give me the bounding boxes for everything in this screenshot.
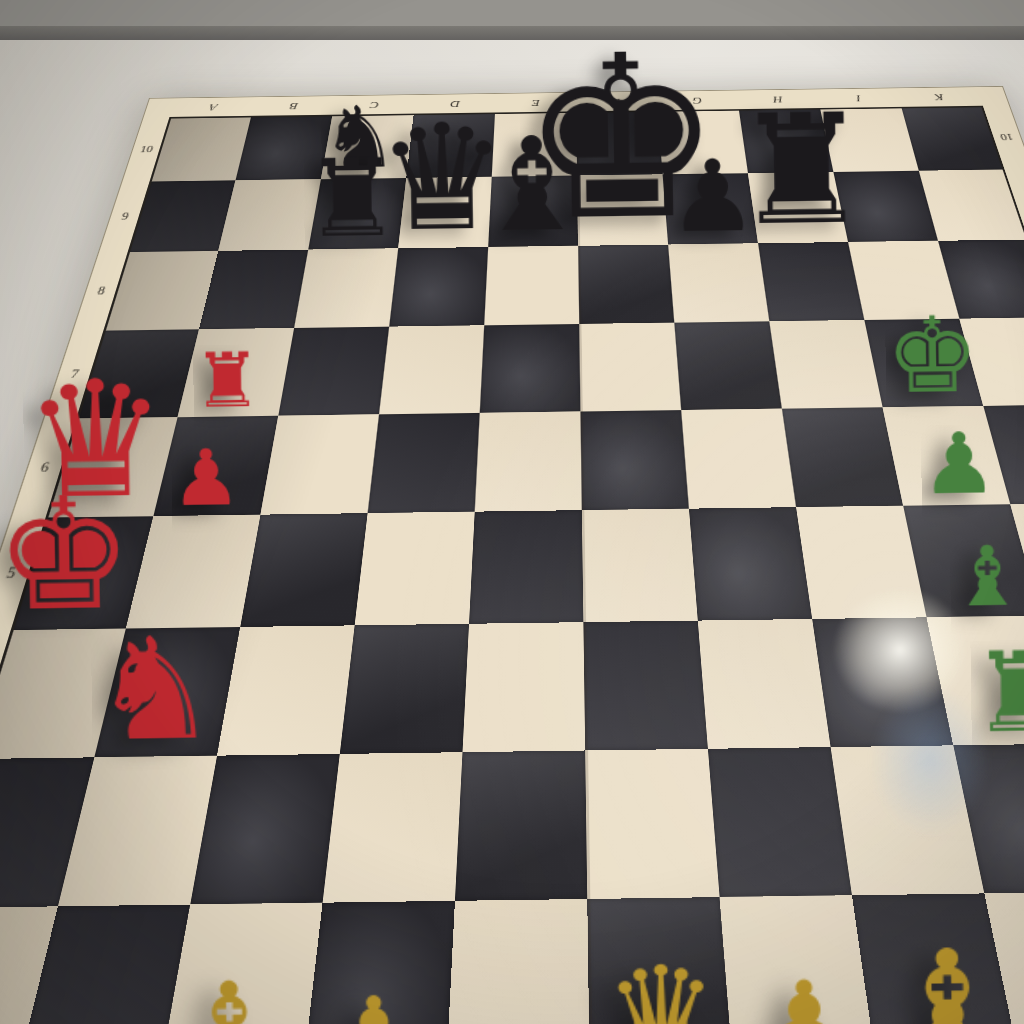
square-G7 (674, 321, 782, 410)
red-rook-B7: ♜ (193, 344, 262, 417)
square-D7 (379, 325, 484, 414)
square-C5 (240, 513, 367, 627)
square-E6 (475, 412, 582, 512)
yellow-queen-F2: ♛ (603, 952, 717, 1024)
square-G4 (698, 619, 831, 749)
yellow-pawn-G2: ♟ (757, 970, 852, 1024)
black-rook-H9: ♜ (733, 97, 871, 243)
chessboard-10x10: ABCDEFGHIK10♞109♜♛♝♚♟♜9887♜♚76♛♟♟65♚♝54♞… (0, 86, 1024, 1024)
red-knight-B4: ♞ (91, 622, 219, 758)
square-G5 (689, 507, 812, 620)
square-F5 (582, 509, 698, 623)
square-D5 (355, 512, 475, 626)
square-G6 (681, 409, 796, 509)
square-B4: ♞ (94, 627, 240, 757)
square-C8 (294, 248, 398, 328)
green-rook-I4: ♜ (970, 639, 1024, 745)
square-F8 (578, 245, 674, 324)
square-F7 (579, 323, 681, 412)
square-C4 (217, 625, 355, 755)
square-F3 (585, 749, 719, 899)
square-F2: ♛ (587, 897, 733, 1024)
yellow-bishop-H2: ♝ (884, 934, 1011, 1024)
square-C7 (278, 327, 389, 416)
square-E3 (455, 750, 587, 900)
square-H8 (758, 242, 864, 321)
square-G8 (668, 243, 769, 322)
square-E8 (484, 246, 579, 326)
square-D2: ♟ (302, 901, 454, 1024)
square-D8 (389, 247, 488, 327)
square-B7: ♜ (178, 328, 295, 417)
green-bishop-I5: ♝ (950, 537, 1024, 617)
wall-ledge (0, 26, 1024, 40)
square-E5 (469, 510, 583, 624)
square-H9: ♜ (748, 172, 848, 243)
square-F6 (580, 410, 688, 510)
square-F4 (583, 621, 708, 751)
green-pawn-I6: ♟ (920, 424, 997, 505)
green-king-I7: ♚ (885, 307, 980, 408)
square-E4 (462, 622, 585, 752)
square-G3 (708, 747, 852, 897)
square-H4 (812, 617, 953, 747)
square-D9: ♛ (398, 177, 492, 249)
square-I7: ♚ (864, 319, 983, 408)
yellow-bishop-C2: ♝ (179, 971, 280, 1024)
museum-chess-photo: ABCDEFGHIK10♞109♜♛♝♚♟♜9887♜♚76♛♟♟65♚♝54♞… (0, 0, 1024, 1024)
file-label-top-A: A (170, 97, 256, 118)
square-F9: ♚ (577, 174, 668, 245)
square-E7 (480, 324, 581, 413)
file-label-top-K: K (896, 87, 983, 107)
square-E2 (446, 899, 590, 1024)
wall-top-strip (0, 0, 1024, 26)
red-pawn-B6: ♟ (171, 441, 242, 516)
square-G2: ♟ (720, 895, 877, 1024)
square-C6 (260, 414, 379, 514)
square-I6: ♟ (883, 406, 1011, 506)
square-H7 (769, 320, 882, 409)
square-H3 (831, 745, 985, 895)
square-B8 (199, 250, 308, 330)
square-C3 (190, 754, 340, 905)
square-D6 (368, 413, 480, 513)
square-D3 (323, 752, 463, 902)
black-queen-D9: ♛ (376, 108, 509, 249)
square-D4 (340, 624, 469, 754)
